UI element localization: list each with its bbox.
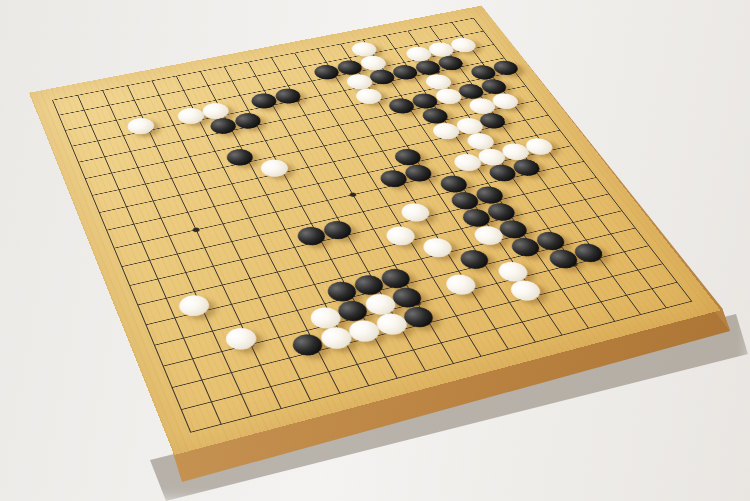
stone-white-M8[interactable] xyxy=(397,201,433,224)
stone-black-N5[interactable] xyxy=(456,248,492,272)
stone-black-J8[interactable] xyxy=(320,219,355,242)
stone-white-D4[interactable] xyxy=(221,325,259,352)
stone-black-G13[interactable] xyxy=(224,147,257,168)
stone-black-H15[interactable] xyxy=(232,111,264,131)
stone-white-M6[interactable] xyxy=(418,235,455,259)
star-point-K10 xyxy=(349,192,357,197)
stone-white-C6[interactable] xyxy=(175,292,212,318)
star-point-D10 xyxy=(192,227,200,233)
stone-white-M4[interactable] xyxy=(441,272,479,297)
stone-black-K16[interactable] xyxy=(272,87,304,106)
stone-white-L7[interactable] xyxy=(382,224,419,248)
stone-white-D16[interactable] xyxy=(124,116,157,136)
goban xyxy=(29,6,721,455)
stone-white-H12[interactable] xyxy=(257,157,291,179)
